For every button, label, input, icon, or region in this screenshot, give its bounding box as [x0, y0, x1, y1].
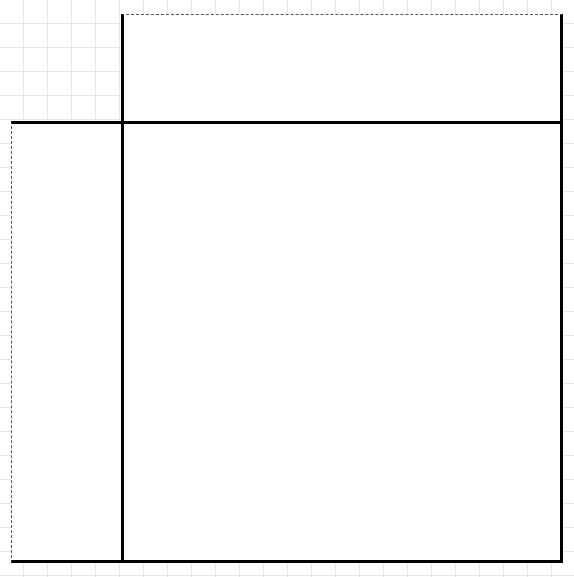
clue-corner [11, 14, 121, 121]
row-clues-panel [11, 121, 121, 563]
nonogram-puzzle [11, 14, 569, 569]
spreadsheet-background [0, 0, 574, 577]
column-clues-panel [121, 14, 563, 121]
nonogram-board [121, 121, 563, 563]
